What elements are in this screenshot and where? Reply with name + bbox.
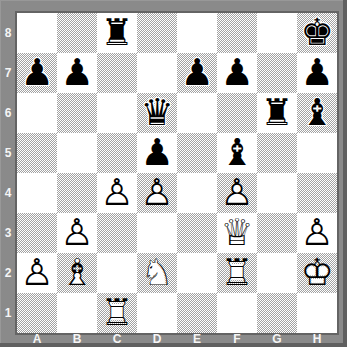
square-g4[interactable] bbox=[257, 173, 297, 213]
square-e3[interactable] bbox=[177, 213, 217, 253]
square-a8[interactable] bbox=[17, 13, 57, 53]
piece-white-pawn[interactable]: ♟♙ bbox=[97, 173, 137, 213]
chess-board: ♜♚♟♟♟♟♟♛♜♝♟♝♟♙♟♙♟♙♟♙♛♕♟♙♟♙♝♗♞♘♜♖♚♔♜♖ bbox=[17, 13, 337, 333]
square-d5[interactable]: ♟ bbox=[137, 133, 177, 173]
square-d2[interactable]: ♞♘ bbox=[137, 253, 177, 293]
square-a5[interactable] bbox=[17, 133, 57, 173]
square-d1[interactable] bbox=[137, 293, 177, 333]
square-g3[interactable] bbox=[257, 213, 297, 253]
square-c5[interactable] bbox=[97, 133, 137, 173]
piece-glyph: ♟ bbox=[17, 53, 57, 93]
square-b1[interactable] bbox=[57, 293, 97, 333]
square-c2[interactable] bbox=[97, 253, 137, 293]
rank-label-6: 6 bbox=[0, 93, 16, 133]
square-h4[interactable] bbox=[297, 173, 337, 213]
piece-black-pawn[interactable]: ♟ bbox=[217, 53, 257, 93]
square-b5[interactable] bbox=[57, 133, 97, 173]
piece-glyph: ♟ bbox=[297, 53, 337, 93]
piece-white-king[interactable]: ♚♔ bbox=[297, 253, 337, 293]
piece-white-knight[interactable]: ♞♘ bbox=[137, 253, 177, 293]
square-g7[interactable] bbox=[257, 53, 297, 93]
file-label-c: C bbox=[97, 332, 137, 347]
square-f6[interactable] bbox=[217, 93, 257, 133]
rank-label-3: 3 bbox=[0, 213, 16, 253]
square-d7[interactable] bbox=[137, 53, 177, 93]
square-e8[interactable] bbox=[177, 13, 217, 53]
square-a3[interactable] bbox=[17, 213, 57, 253]
square-g1[interactable] bbox=[257, 293, 297, 333]
square-c4[interactable]: ♟♙ bbox=[97, 173, 137, 213]
piece-glyph: ♖ bbox=[217, 253, 257, 293]
piece-glyph: ♙ bbox=[297, 213, 337, 253]
file-label-b: B bbox=[57, 332, 97, 347]
rank-label-2: 2 bbox=[0, 253, 16, 293]
piece-white-pawn[interactable]: ♟♙ bbox=[297, 213, 337, 253]
piece-black-king[interactable]: ♚ bbox=[297, 13, 337, 53]
piece-black-pawn[interactable]: ♟ bbox=[137, 133, 177, 173]
piece-glyph: ♝ bbox=[217, 133, 257, 173]
rank-label-4: 4 bbox=[0, 173, 16, 213]
square-f8[interactable] bbox=[217, 13, 257, 53]
piece-black-bishop[interactable]: ♝ bbox=[217, 133, 257, 173]
square-e4[interactable] bbox=[177, 173, 217, 213]
file-label-a: A bbox=[17, 332, 57, 347]
square-b8[interactable] bbox=[57, 13, 97, 53]
square-c8[interactable]: ♜ bbox=[97, 13, 137, 53]
square-h6[interactable]: ♝ bbox=[297, 93, 337, 133]
piece-black-rook[interactable]: ♜ bbox=[97, 13, 137, 53]
piece-white-rook[interactable]: ♜♖ bbox=[97, 293, 137, 333]
square-a2[interactable]: ♟♙ bbox=[17, 253, 57, 293]
piece-glyph: ♙ bbox=[57, 213, 97, 253]
square-g8[interactable] bbox=[257, 13, 297, 53]
square-a1[interactable] bbox=[17, 293, 57, 333]
square-b7[interactable]: ♟ bbox=[57, 53, 97, 93]
square-d8[interactable] bbox=[137, 13, 177, 53]
piece-white-pawn[interactable]: ♟♙ bbox=[17, 253, 57, 293]
piece-glyph: ♙ bbox=[97, 173, 137, 213]
piece-glyph: ♖ bbox=[97, 293, 137, 333]
piece-white-queen[interactable]: ♛♕ bbox=[217, 213, 257, 253]
piece-black-rook[interactable]: ♜ bbox=[257, 93, 297, 133]
square-c3[interactable] bbox=[97, 213, 137, 253]
piece-glyph: ♜ bbox=[257, 93, 297, 133]
piece-glyph: ♟ bbox=[57, 53, 97, 93]
piece-glyph: ♟ bbox=[177, 53, 217, 93]
square-e1[interactable] bbox=[177, 293, 217, 333]
square-b4[interactable] bbox=[57, 173, 97, 213]
square-g6[interactable]: ♜ bbox=[257, 93, 297, 133]
square-h3[interactable]: ♟♙ bbox=[297, 213, 337, 253]
piece-black-pawn[interactable]: ♟ bbox=[177, 53, 217, 93]
square-g5[interactable] bbox=[257, 133, 297, 173]
piece-glyph: ♘ bbox=[137, 253, 177, 293]
square-h5[interactable] bbox=[297, 133, 337, 173]
square-a7[interactable]: ♟ bbox=[17, 53, 57, 93]
piece-black-queen[interactable]: ♛ bbox=[137, 93, 177, 133]
square-h1[interactable] bbox=[297, 293, 337, 333]
square-c6[interactable] bbox=[97, 93, 137, 133]
square-g2[interactable] bbox=[257, 253, 297, 293]
file-label-f: F bbox=[217, 332, 257, 347]
file-label-h: H bbox=[297, 332, 337, 347]
piece-black-pawn[interactable]: ♟ bbox=[297, 53, 337, 93]
square-f1[interactable] bbox=[217, 293, 257, 333]
rank-label-7: 7 bbox=[0, 53, 16, 93]
piece-glyph: ♙ bbox=[17, 253, 57, 293]
rank-label-5: 5 bbox=[0, 133, 16, 173]
square-f4[interactable]: ♟♙ bbox=[217, 173, 257, 213]
square-d6[interactable]: ♛ bbox=[137, 93, 177, 133]
square-a6[interactable] bbox=[17, 93, 57, 133]
piece-glyph: ♙ bbox=[137, 173, 177, 213]
square-a4[interactable] bbox=[17, 173, 57, 213]
piece-glyph: ♜ bbox=[97, 13, 137, 53]
square-e7[interactable]: ♟ bbox=[177, 53, 217, 93]
square-b2[interactable]: ♝♗ bbox=[57, 253, 97, 293]
piece-glyph: ♚ bbox=[297, 13, 337, 53]
piece-white-bishop[interactable]: ♝♗ bbox=[57, 253, 97, 293]
square-b6[interactable] bbox=[57, 93, 97, 133]
piece-glyph: ♝ bbox=[297, 93, 337, 133]
square-h7[interactable]: ♟ bbox=[297, 53, 337, 93]
square-f3[interactable]: ♛♕ bbox=[217, 213, 257, 253]
piece-white-rook[interactable]: ♜♖ bbox=[217, 253, 257, 293]
file-label-d: D bbox=[137, 332, 177, 347]
square-d3[interactable] bbox=[137, 213, 177, 253]
piece-glyph: ♕ bbox=[217, 213, 257, 253]
square-h2[interactable]: ♚♔ bbox=[297, 253, 337, 293]
square-f5[interactable]: ♝ bbox=[217, 133, 257, 173]
piece-glyph: ♟ bbox=[137, 133, 177, 173]
piece-glyph: ♗ bbox=[57, 253, 97, 293]
square-b3[interactable]: ♟♙ bbox=[57, 213, 97, 253]
square-d4[interactable]: ♟♙ bbox=[137, 173, 177, 213]
square-e5[interactable] bbox=[177, 133, 217, 173]
square-c7[interactable] bbox=[97, 53, 137, 93]
square-h8[interactable]: ♚ bbox=[297, 13, 337, 53]
piece-black-bishop[interactable]: ♝ bbox=[297, 93, 337, 133]
piece-black-pawn[interactable]: ♟ bbox=[17, 53, 57, 93]
piece-glyph: ♙ bbox=[217, 173, 257, 213]
rank-label-8: 8 bbox=[0, 13, 16, 53]
file-label-g: G bbox=[257, 332, 297, 347]
board-frame: ♜♚♟♟♟♟♟♛♜♝♟♝♟♙♟♙♟♙♟♙♛♕♟♙♟♙♝♗♞♘♜♖♚♔♜♖ 876… bbox=[0, 0, 347, 347]
piece-glyph: ♛ bbox=[137, 93, 177, 133]
square-c1[interactable]: ♜♖ bbox=[97, 293, 137, 333]
square-e6[interactable] bbox=[177, 93, 217, 133]
file-label-e: E bbox=[177, 332, 217, 347]
square-f2[interactable]: ♜♖ bbox=[217, 253, 257, 293]
piece-white-pawn[interactable]: ♟♙ bbox=[217, 173, 257, 213]
piece-white-pawn[interactable]: ♟♙ bbox=[57, 213, 97, 253]
square-f7[interactable]: ♟ bbox=[217, 53, 257, 93]
piece-glyph: ♟ bbox=[217, 53, 257, 93]
piece-white-pawn[interactable]: ♟♙ bbox=[137, 173, 177, 213]
rank-label-1: 1 bbox=[0, 293, 16, 333]
piece-glyph: ♔ bbox=[297, 253, 337, 293]
square-e2[interactable] bbox=[177, 253, 217, 293]
piece-black-pawn[interactable]: ♟ bbox=[57, 53, 97, 93]
